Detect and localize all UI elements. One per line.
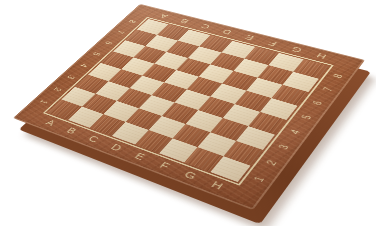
product-photo-stage: ABCDEFGH ABCDEFGH 87654321 87654321 [0, 0, 376, 226]
chess-board: ABCDEFGH ABCDEFGH 87654321 87654321 [13, 4, 365, 210]
